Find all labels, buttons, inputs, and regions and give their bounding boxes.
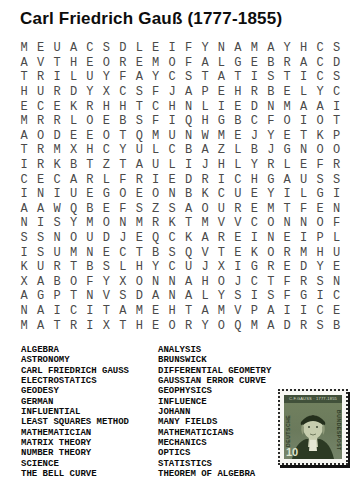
grid-cell: A <box>263 318 279 333</box>
grid-cell: U <box>328 245 344 260</box>
grid-cell: L <box>65 70 81 85</box>
grid-cell: F <box>180 56 196 71</box>
grid-cell: O <box>98 129 114 144</box>
grid-cell: B <box>263 85 279 100</box>
stamp-top-text: C.F.GAUSS · 1777-1855 <box>284 395 342 403</box>
grid-cell: L <box>98 172 114 187</box>
grid-cell: P <box>328 129 344 144</box>
grid-cell: J <box>197 158 213 173</box>
grid-cell: I <box>164 41 180 56</box>
grid-cell: T <box>213 245 229 260</box>
grid-cell: N <box>82 245 98 260</box>
grid-cell: H <box>65 56 81 71</box>
word-list-left: ALGEBRAASTRONOMYCARL FRIEDRICH GAUSSELEC… <box>21 345 129 479</box>
grid-cell: A <box>115 304 131 319</box>
grid-cell: S <box>328 70 344 85</box>
grid-cell: Q <box>131 129 147 144</box>
grid-cell: O <box>312 216 328 231</box>
grid-cell: A <box>180 289 196 304</box>
grid-cell: A <box>16 129 32 144</box>
grid-cell: J <box>164 85 180 100</box>
word-list-item: OPTICS <box>158 448 271 458</box>
grid-cell: R <box>131 172 147 187</box>
grid-cell: M <box>65 245 81 260</box>
grid-cell: T <box>82 158 98 173</box>
grid-cell: S <box>32 231 48 246</box>
grid-cell: N <box>82 289 98 304</box>
grid-cell: Y <box>98 275 114 290</box>
grid-cell: A <box>32 304 48 319</box>
grid-cell: Q <box>148 231 164 246</box>
grid-cell: V <box>98 289 114 304</box>
grid-cell: Y <box>65 216 81 231</box>
grid-cell: T <box>230 70 246 85</box>
grid-cell: H <box>295 41 311 56</box>
grid-cell: E <box>32 172 48 187</box>
grid-cell: T <box>328 114 344 129</box>
grid-cell: E <box>32 41 48 56</box>
grid-cell: S <box>328 41 344 56</box>
grid-cell: M <box>148 56 164 71</box>
grid-cell: O <box>148 187 164 202</box>
grid-cell: M <box>49 143 65 158</box>
grid-cell: C <box>148 99 164 114</box>
grid-cell: B <box>230 114 246 129</box>
grid-cell: E <box>65 129 81 144</box>
grid-cell: I <box>16 245 32 260</box>
grid-cell: A <box>197 56 213 71</box>
grid-cell: F <box>328 216 344 231</box>
grid-cell: J <box>115 231 131 246</box>
grid-cell: D <box>49 129 65 144</box>
grid-cell: K <box>65 99 81 114</box>
grid-cell: R <box>180 318 196 333</box>
word-list-item: INFLUENCE <box>158 397 271 407</box>
grid-cell: H <box>115 99 131 114</box>
grid-cell: F <box>82 275 98 290</box>
grid-cell: R <box>32 70 48 85</box>
word-list-item: SCIENCE <box>21 459 129 469</box>
word-list-item: CARL FRIEDRICH GAUSS <box>21 366 129 376</box>
grid-cell: E <box>279 231 295 246</box>
grid-cell: C <box>312 304 328 319</box>
grid-cell: I <box>295 114 311 129</box>
grid-cell: Y <box>312 260 328 275</box>
grid-cell: Z <box>213 143 229 158</box>
grid-cell: F <box>115 202 131 217</box>
grid-cell: N <box>295 216 311 231</box>
grid-cell: Y <box>213 289 229 304</box>
grid-cell: V <box>213 216 229 231</box>
grid-cell: T <box>295 129 311 144</box>
word-list-item: JOHANN <box>158 407 271 417</box>
grid-cell: I <box>295 70 311 85</box>
grid-cell: R <box>32 143 48 158</box>
grid-cell: B <box>246 143 262 158</box>
grid-cell: I <box>213 99 229 114</box>
grid-cell: I <box>164 114 180 129</box>
grid-cell: N <box>164 289 180 304</box>
grid-cell: F <box>115 172 131 187</box>
grid-cell: H <box>98 99 114 114</box>
grid-cell: E <box>230 99 246 114</box>
grid-cell: C <box>312 70 328 85</box>
grid-cell: I <box>312 289 328 304</box>
grid-cell: S <box>164 245 180 260</box>
word-list-item: ELECTROSTATICS <box>21 376 129 386</box>
grid-cell: Y <box>197 318 213 333</box>
grid-cell: E <box>230 231 246 246</box>
grid-cell: L <box>148 143 164 158</box>
grid-cell: Z <box>148 202 164 217</box>
grid-cell: O <box>65 231 81 246</box>
grid-cell: H <box>164 304 180 319</box>
grid-cell: L <box>295 85 311 100</box>
grid-cell: E <box>230 245 246 260</box>
stamp-panel: C.F.GAUSS · 1777-1855 DEUTSCHE BUNDESPOS… <box>284 395 342 459</box>
grid-cell: K <box>197 187 213 202</box>
grid-cell: E <box>82 129 98 144</box>
word-list-item: MANY FIELDS <box>158 417 271 427</box>
grid-cell: A <box>16 202 32 217</box>
grid-cell: S <box>115 289 131 304</box>
grid-cell: R <box>49 114 65 129</box>
grid-cell: U <box>82 70 98 85</box>
grid-cell: N <box>295 143 311 158</box>
grid-cell: C <box>49 172 65 187</box>
stamp-denomination: 10 <box>286 447 298 458</box>
grid-cell: H <box>16 85 32 100</box>
grid-cell: A <box>32 275 48 290</box>
grid-cell: P <box>312 231 328 246</box>
grid-cell: E <box>16 99 32 114</box>
grid-cell: H <box>197 114 213 129</box>
grid-cell: O <box>263 245 279 260</box>
grid-cell: I <box>213 172 229 187</box>
grid-cell: M <box>148 129 164 144</box>
grid-cell: V <box>32 56 48 71</box>
grid-cell: H <box>82 143 98 158</box>
grid-cell: C <box>312 56 328 71</box>
grid-cell: B <box>115 114 131 129</box>
grid-cell: C <box>230 172 246 187</box>
grid-cell: E <box>279 260 295 275</box>
grid-cell: M <box>213 129 229 144</box>
grid-cell: M <box>82 216 98 231</box>
grid-cell: U <box>49 245 65 260</box>
grid-cell: L <box>197 99 213 114</box>
grid-cell: Y <box>98 70 114 85</box>
grid-cell: I <box>230 260 246 275</box>
grid-cell: T <box>180 304 196 319</box>
grid-cell: G <box>263 172 279 187</box>
grid-cell: I <box>246 289 262 304</box>
grid-cell: P <box>197 85 213 100</box>
grid-cell: A <box>197 231 213 246</box>
grid-cell: F <box>312 158 328 173</box>
word-list-item: ALGEBRA <box>21 345 129 355</box>
grid-cell: A <box>263 304 279 319</box>
grid-cell: R <box>279 245 295 260</box>
grid-cell: E <box>49 99 65 114</box>
grid-cell: H <box>131 318 147 333</box>
grid-cell: T <box>131 245 147 260</box>
grid-cell: T <box>131 99 147 114</box>
grid-cell: S <box>230 289 246 304</box>
grid-cell: H <box>164 99 180 114</box>
grid-cell: E <box>131 56 147 71</box>
grid-cell: B <box>82 202 98 217</box>
grid-cell: F <box>279 289 295 304</box>
word-list-item: NUMBER THEORY <box>21 448 129 458</box>
grid-cell: U <box>148 158 164 173</box>
grid-cell: E <box>98 245 114 260</box>
grid-cell: E <box>279 129 295 144</box>
grid-cell: I <box>16 187 32 202</box>
grid-cell: J <box>197 260 213 275</box>
grid-cell: K <box>246 245 262 260</box>
grid-cell: X <box>115 275 131 290</box>
grid-cell: L <box>164 158 180 173</box>
grid-cell: Q <box>180 245 196 260</box>
grid-cell: E <box>246 56 262 71</box>
grid-cell: S <box>180 70 196 85</box>
grid-cell: E <box>230 129 246 144</box>
grid-cell: E <box>295 158 311 173</box>
grid-cell: D <box>115 41 131 56</box>
word-list-item: INFLUENTIAL <box>21 407 129 417</box>
grid-cell: D <box>295 260 311 275</box>
grid-cell: G <box>32 289 48 304</box>
grid-cell: T <box>279 202 295 217</box>
grid-cell: Y <box>312 85 328 100</box>
grid-cell: L <box>230 158 246 173</box>
grid-cell: A <box>131 158 147 173</box>
grid-cell: G <box>295 289 311 304</box>
grid-cell: N <box>32 187 48 202</box>
grid-cell: E <box>131 231 147 246</box>
grid-cell: R <box>295 318 311 333</box>
grid-cell: E <box>82 56 98 71</box>
grid-cell: B <box>49 275 65 290</box>
grid-cell: J <box>230 275 246 290</box>
grid-cell: W <box>197 129 213 144</box>
grid-cell: S <box>312 318 328 333</box>
grid-cell: M <box>246 318 262 333</box>
grid-cell: M <box>197 216 213 231</box>
grid-cell: H <box>246 172 262 187</box>
word-list-item: LEAST SQUARES METHOD <box>21 417 129 427</box>
grid-cell: S <box>98 260 114 275</box>
grid-cell: A <box>295 99 311 114</box>
grid-cell: U <box>131 143 147 158</box>
grid-cell: G <box>230 56 246 71</box>
grid-cell: U <box>49 41 65 56</box>
grid-cell: X <box>98 85 114 100</box>
grid-cell: T <box>115 158 131 173</box>
grid-cell: A <box>16 289 32 304</box>
grid-cell: B <box>65 158 81 173</box>
grid-cell: K <box>49 158 65 173</box>
grid-cell: C <box>98 143 114 158</box>
grid-cell: K <box>312 129 328 144</box>
grid-cell: U <box>213 202 229 217</box>
grid-cell: A <box>32 318 48 333</box>
grid-cell: S <box>263 70 279 85</box>
gauss-stamp: C.F.GAUSS · 1777-1855 DEUTSCHE BUNDESPOS… <box>278 389 348 465</box>
grid-cell: O <box>82 114 98 129</box>
word-list-item: ANALYSIS <box>158 345 271 355</box>
word-search-grid: MEUACSDLEIFYNAMAYHCSAVTHEOREMOFALGEBRACD… <box>16 41 345 333</box>
grid-cell: N <box>148 275 164 290</box>
grid-cell: M <box>246 41 262 56</box>
grid-cell: R <box>49 85 65 100</box>
grid-cell: I <box>82 304 98 319</box>
grid-cell: P <box>246 304 262 319</box>
grid-cell: L <box>328 231 344 246</box>
grid-cell: I <box>328 187 344 202</box>
stamp-right-text: BUNDESPOST <box>335 404 342 457</box>
grid-cell: D <box>279 318 295 333</box>
grid-cell: A <box>16 56 32 71</box>
grid-cell: D <box>98 231 114 246</box>
grid-cell: I <box>246 70 262 85</box>
grid-cell: C <box>115 245 131 260</box>
grid-cell: M <box>16 41 32 56</box>
grid-cell: S <box>328 172 344 187</box>
grid-cell: C <box>246 114 262 129</box>
grid-cell: E <box>312 202 328 217</box>
grid-cell: B <box>180 187 196 202</box>
grid-cell: E <box>98 202 114 217</box>
grid-cell: X <box>16 275 32 290</box>
grid-cell: U <box>82 231 98 246</box>
grid-cell: M <box>279 99 295 114</box>
word-list-item: DIFFERENTIAL GEOMETRY <box>158 366 271 376</box>
grid-cell: C <box>246 216 262 231</box>
grid-cell: R <box>295 275 311 290</box>
grid-cell: Q <box>230 318 246 333</box>
grid-cell: Y <box>115 143 131 158</box>
grid-cell: E <box>246 187 262 202</box>
grid-cell: E <box>148 41 164 56</box>
grid-cell: R <box>263 260 279 275</box>
grid-cell: F <box>180 41 196 56</box>
grid-cell: U <box>65 187 81 202</box>
grid-cell: A <box>180 202 196 217</box>
grid-cell: I <box>16 158 32 173</box>
grid-cell: T <box>197 70 213 85</box>
grid-cell: R <box>115 56 131 71</box>
grid-cell: U <box>32 260 48 275</box>
word-list-item: GAUSSIAN ERROR CURVE <box>158 376 271 386</box>
grid-cell: N <box>180 129 196 144</box>
grid-cell: I <box>49 187 65 202</box>
grid-cell: M <box>16 114 32 129</box>
grid-cell: F <box>148 114 164 129</box>
grid-cell: N <box>263 99 279 114</box>
grid-cell: G <box>312 187 328 202</box>
grid-cell: A <box>65 172 81 187</box>
grid-cell: L <box>279 158 295 173</box>
grid-cell: G <box>213 114 229 129</box>
grid-cell: E <box>148 304 164 319</box>
word-list-item: MATHEMATICIANS <box>158 428 271 438</box>
grid-cell: Y <box>197 41 213 56</box>
grid-cell: A <box>263 41 279 56</box>
grid-cell: U <box>180 260 196 275</box>
grid-cell: C <box>65 304 81 319</box>
grid-cell: O <box>98 216 114 231</box>
grid-cell: V <box>197 245 213 260</box>
grid-cell: N <box>180 99 196 114</box>
grid-cell: E <box>82 187 98 202</box>
grid-cell: M <box>16 318 32 333</box>
word-list-item: STATISTICS <box>158 459 271 469</box>
grid-cell: M <box>295 245 311 260</box>
grid-cell: A <box>230 41 246 56</box>
grid-cell: R <box>328 158 344 173</box>
grid-cell: L <box>230 143 246 158</box>
grid-cell: A <box>131 70 147 85</box>
grid-cell: E <box>164 172 180 187</box>
grid-cell: I <box>295 304 311 319</box>
grid-cell: X <box>65 143 81 158</box>
grid-cell: R <box>246 85 262 100</box>
grid-cell: V <box>230 304 246 319</box>
grid-cell: V <box>230 216 246 231</box>
grid-cell: O <box>98 56 114 71</box>
grid-cell: U <box>32 85 48 100</box>
grid-cell: Q <box>180 114 196 129</box>
grid-cell: Y <box>246 158 262 173</box>
grid-cell: F <box>115 70 131 85</box>
word-list-item: THEOREM OF ALGEBRA <box>158 469 271 479</box>
grid-cell: A <box>180 275 196 290</box>
grid-cell: K <box>180 231 196 246</box>
grid-cell: O <box>65 275 81 290</box>
grid-cell: C <box>246 275 262 290</box>
grid-cell: S <box>32 245 48 260</box>
grid-cell: H <box>197 275 213 290</box>
grid-cell: T <box>263 275 279 290</box>
grid-cell: I <box>49 304 65 319</box>
grid-cell: R <box>213 231 229 246</box>
grid-cell: C <box>164 260 180 275</box>
grid-cell: R <box>148 216 164 231</box>
grid-cell: M <box>131 216 147 231</box>
grid-cell: K <box>16 260 32 275</box>
grid-cell: S <box>263 289 279 304</box>
grid-cell: T <box>65 289 81 304</box>
grid-cell: C <box>115 85 131 100</box>
grid-cell: S <box>98 41 114 56</box>
grid-cell: A <box>180 85 196 100</box>
grid-cell: O <box>131 275 147 290</box>
grid-cell: Y <box>82 85 98 100</box>
word-list-right: ANALYSISBRUNSWICKDIFFERENTIAL GEOMETRYGA… <box>158 345 271 479</box>
grid-cell: A <box>279 172 295 187</box>
grid-cell: D <box>131 289 147 304</box>
grid-cell: E <box>131 187 147 202</box>
grid-cell: A <box>295 56 311 71</box>
grid-cell: P <box>49 289 65 304</box>
grid-cell: R <box>32 158 48 173</box>
grid-cell: C <box>164 231 180 246</box>
grid-cell: S <box>16 231 32 246</box>
grid-cell: N <box>164 275 180 290</box>
grid-cell: B <box>180 143 196 158</box>
